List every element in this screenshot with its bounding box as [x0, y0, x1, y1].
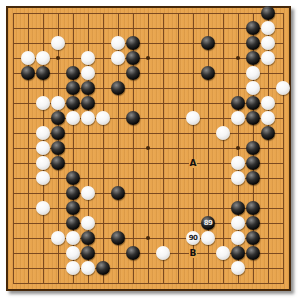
- star-point: [146, 236, 150, 240]
- white-stone[interactable]: [51, 96, 65, 110]
- white-stone[interactable]: [81, 186, 95, 200]
- black-stone[interactable]: [81, 81, 95, 95]
- black-stone[interactable]: [126, 246, 140, 260]
- grid-line-vertical: [178, 13, 179, 284]
- white-stone[interactable]: [36, 156, 50, 170]
- black-stone[interactable]: [66, 216, 80, 230]
- black-stone[interactable]: [231, 201, 245, 215]
- black-stone[interactable]: [246, 246, 260, 260]
- white-stone[interactable]: [246, 66, 260, 80]
- move-number-label: 90: [189, 235, 198, 242]
- white-stone[interactable]: [261, 111, 275, 125]
- star-point: [236, 146, 240, 150]
- white-stone[interactable]: [96, 111, 110, 125]
- black-stone[interactable]: [66, 186, 80, 200]
- black-stone[interactable]: [66, 66, 80, 80]
- white-stone[interactable]: [231, 261, 245, 275]
- black-stone[interactable]: [246, 231, 260, 245]
- black-stone[interactable]: [66, 81, 80, 95]
- board-letter-annotation: A: [189, 159, 198, 168]
- black-stone[interactable]: [66, 96, 80, 110]
- board-letter-annotation: B: [189, 249, 198, 258]
- white-stone[interactable]: [81, 111, 95, 125]
- grid-line-horizontal: [13, 283, 284, 284]
- black-stone[interactable]: [66, 201, 80, 215]
- black-stone[interactable]: [246, 141, 260, 155]
- star-point: [146, 56, 150, 60]
- black-stone[interactable]: [246, 111, 260, 125]
- white-stone[interactable]: [246, 81, 260, 95]
- black-stone[interactable]: [246, 171, 260, 185]
- white-stone[interactable]: [156, 246, 170, 260]
- black-stone[interactable]: [201, 66, 215, 80]
- black-stone[interactable]: [51, 141, 65, 155]
- white-stone[interactable]: [276, 81, 290, 95]
- black-stone[interactable]: [126, 51, 140, 65]
- white-stone[interactable]: 90: [186, 231, 200, 245]
- black-stone[interactable]: [261, 6, 275, 20]
- black-stone[interactable]: [81, 231, 95, 245]
- white-stone[interactable]: [231, 216, 245, 230]
- black-stone[interactable]: [246, 201, 260, 215]
- white-stone[interactable]: [231, 171, 245, 185]
- black-stone[interactable]: [66, 171, 80, 185]
- star-point: [56, 56, 60, 60]
- black-stone[interactable]: [36, 66, 50, 80]
- white-stone[interactable]: [81, 261, 95, 275]
- black-stone[interactable]: [51, 156, 65, 170]
- white-stone[interactable]: [261, 96, 275, 110]
- black-stone[interactable]: [126, 36, 140, 50]
- black-stone[interactable]: [231, 96, 245, 110]
- white-stone[interactable]: [201, 231, 215, 245]
- grid-line-vertical: [163, 13, 164, 284]
- star-point: [146, 146, 150, 150]
- white-stone[interactable]: [36, 126, 50, 140]
- black-stone[interactable]: [246, 36, 260, 50]
- white-stone[interactable]: [216, 126, 230, 140]
- black-stone[interactable]: [51, 126, 65, 140]
- black-stone[interactable]: [246, 51, 260, 65]
- black-stone[interactable]: [126, 66, 140, 80]
- black-stone[interactable]: [201, 36, 215, 50]
- white-stone[interactable]: [51, 36, 65, 50]
- black-stone[interactable]: [111, 186, 125, 200]
- white-stone[interactable]: [111, 36, 125, 50]
- white-stone[interactable]: [261, 36, 275, 50]
- white-stone[interactable]: [51, 231, 65, 245]
- white-stone[interactable]: [81, 66, 95, 80]
- grid-line-vertical: [283, 13, 284, 284]
- white-stone[interactable]: [36, 51, 50, 65]
- white-stone[interactable]: [66, 246, 80, 260]
- white-stone[interactable]: [36, 201, 50, 215]
- go-board[interactable]: 8990AB: [6, 6, 291, 291]
- move-number-label: 89: [204, 220, 213, 227]
- page-background: 8990AB: [0, 0, 300, 300]
- star-point: [236, 56, 240, 60]
- white-stone[interactable]: [66, 111, 80, 125]
- white-stone[interactable]: [231, 156, 245, 170]
- black-stone[interactable]: [231, 246, 245, 260]
- white-stone[interactable]: [231, 111, 245, 125]
- white-stone[interactable]: [261, 51, 275, 65]
- white-stone[interactable]: [216, 246, 230, 260]
- white-stone[interactable]: [21, 51, 35, 65]
- black-stone[interactable]: [111, 81, 125, 95]
- white-stone[interactable]: [231, 231, 245, 245]
- white-stone[interactable]: [36, 141, 50, 155]
- black-stone[interactable]: [81, 246, 95, 260]
- white-stone[interactable]: [111, 51, 125, 65]
- black-stone[interactable]: [51, 111, 65, 125]
- white-stone[interactable]: [186, 111, 200, 125]
- black-stone[interactable]: [246, 96, 260, 110]
- white-stone[interactable]: [66, 261, 80, 275]
- black-stone[interactable]: [81, 96, 95, 110]
- black-stone[interactable]: [126, 111, 140, 125]
- black-stone[interactable]: [246, 156, 260, 170]
- grid-line-vertical: [223, 13, 224, 284]
- black-stone[interactable]: [246, 216, 260, 230]
- white-stone[interactable]: [81, 216, 95, 230]
- black-stone[interactable]: [261, 126, 275, 140]
- black-stone[interactable]: [246, 21, 260, 35]
- white-stone[interactable]: [36, 171, 50, 185]
- grid-line-horizontal: [13, 193, 284, 194]
- white-stone[interactable]: [261, 21, 275, 35]
- black-stone[interactable]: [21, 66, 35, 80]
- white-stone[interactable]: [36, 96, 50, 110]
- white-stone[interactable]: [81, 51, 95, 65]
- black-stone[interactable]: 89: [201, 216, 215, 230]
- white-stone[interactable]: [66, 231, 80, 245]
- black-stone[interactable]: [96, 261, 110, 275]
- black-stone[interactable]: [111, 231, 125, 245]
